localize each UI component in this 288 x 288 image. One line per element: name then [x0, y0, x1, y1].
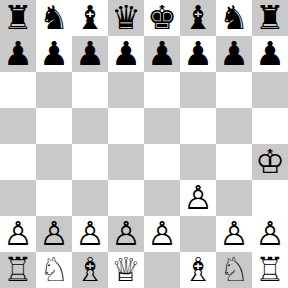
piece-black-rook: ♜: [3, 0, 33, 36]
piece-black-queen: ♛: [111, 0, 141, 36]
square-a8[interactable]: ♜: [0, 0, 36, 36]
chess-board: ♜♞♝♛♚♝♞♜♟♟♟♟♟♟♟♟♔♙♙♙♙♙♙♙♙♖♘♗♕♗♘♖: [0, 0, 288, 288]
square-d6[interactable]: [108, 72, 144, 108]
piece-black-knight: ♞: [39, 0, 69, 36]
square-d1[interactable]: ♕: [108, 252, 144, 288]
square-c5[interactable]: [72, 108, 108, 144]
piece-white-pawn: ♙: [75, 216, 105, 252]
square-f4[interactable]: [180, 144, 216, 180]
piece-white-pawn: ♙: [39, 216, 69, 252]
square-a4[interactable]: [0, 144, 36, 180]
piece-black-pawn: ♟: [255, 36, 285, 72]
square-h1[interactable]: ♖: [252, 252, 288, 288]
square-h6[interactable]: [252, 72, 288, 108]
square-b8[interactable]: ♞: [36, 0, 72, 36]
square-h2[interactable]: ♙: [252, 216, 288, 252]
square-a3[interactable]: [0, 180, 36, 216]
square-f5[interactable]: [180, 108, 216, 144]
square-g1[interactable]: ♘: [216, 252, 252, 288]
square-b2[interactable]: ♙: [36, 216, 72, 252]
piece-black-rook: ♜: [255, 0, 285, 36]
square-g8[interactable]: ♞: [216, 0, 252, 36]
square-e7[interactable]: ♟: [144, 36, 180, 72]
square-c3[interactable]: [72, 180, 108, 216]
piece-white-king: ♔: [255, 144, 285, 180]
square-c8[interactable]: ♝: [72, 0, 108, 36]
piece-white-rook: ♖: [3, 252, 33, 288]
piece-black-pawn: ♟: [111, 36, 141, 72]
piece-black-pawn: ♟: [219, 36, 249, 72]
piece-black-pawn: ♟: [147, 36, 177, 72]
piece-black-knight: ♞: [219, 0, 249, 36]
piece-white-queen: ♕: [111, 252, 141, 288]
square-e6[interactable]: [144, 72, 180, 108]
square-f3[interactable]: ♙: [180, 180, 216, 216]
square-b6[interactable]: [36, 72, 72, 108]
square-a6[interactable]: [0, 72, 36, 108]
piece-white-knight: ♘: [219, 252, 249, 288]
piece-white-pawn: ♙: [255, 216, 285, 252]
square-f1[interactable]: ♗: [180, 252, 216, 288]
square-b7[interactable]: ♟: [36, 36, 72, 72]
square-g2[interactable]: ♙: [216, 216, 252, 252]
square-b4[interactable]: [36, 144, 72, 180]
square-f2[interactable]: [180, 216, 216, 252]
square-e4[interactable]: [144, 144, 180, 180]
piece-white-pawn: ♙: [111, 216, 141, 252]
piece-white-pawn: ♙: [3, 216, 33, 252]
piece-white-pawn: ♙: [183, 180, 213, 216]
square-g7[interactable]: ♟: [216, 36, 252, 72]
piece-black-bishop: ♝: [75, 0, 105, 36]
square-b5[interactable]: [36, 108, 72, 144]
square-f8[interactable]: ♝: [180, 0, 216, 36]
square-e5[interactable]: [144, 108, 180, 144]
square-d3[interactable]: [108, 180, 144, 216]
square-c7[interactable]: ♟: [72, 36, 108, 72]
square-d7[interactable]: ♟: [108, 36, 144, 72]
square-h4[interactable]: ♔: [252, 144, 288, 180]
square-d2[interactable]: ♙: [108, 216, 144, 252]
piece-black-pawn: ♟: [39, 36, 69, 72]
square-e2[interactable]: ♙: [144, 216, 180, 252]
square-b1[interactable]: ♘: [36, 252, 72, 288]
square-c6[interactable]: [72, 72, 108, 108]
piece-white-rook: ♖: [255, 252, 285, 288]
square-d5[interactable]: [108, 108, 144, 144]
piece-black-bishop: ♝: [183, 0, 213, 36]
square-g5[interactable]: [216, 108, 252, 144]
square-c1[interactable]: ♗: [72, 252, 108, 288]
square-b3[interactable]: [36, 180, 72, 216]
square-h5[interactable]: [252, 108, 288, 144]
square-h8[interactable]: ♜: [252, 0, 288, 36]
square-d8[interactable]: ♛: [108, 0, 144, 36]
piece-black-pawn: ♟: [183, 36, 213, 72]
square-e3[interactable]: [144, 180, 180, 216]
square-d4[interactable]: [108, 144, 144, 180]
piece-white-pawn: ♙: [219, 216, 249, 252]
piece-black-king: ♚: [147, 0, 177, 36]
square-c4[interactable]: [72, 144, 108, 180]
square-g6[interactable]: [216, 72, 252, 108]
square-f7[interactable]: ♟: [180, 36, 216, 72]
square-g3[interactable]: [216, 180, 252, 216]
square-a2[interactable]: ♙: [0, 216, 36, 252]
piece-black-pawn: ♟: [75, 36, 105, 72]
square-h7[interactable]: ♟: [252, 36, 288, 72]
square-f6[interactable]: [180, 72, 216, 108]
square-e8[interactable]: ♚: [144, 0, 180, 36]
piece-white-pawn: ♙: [147, 216, 177, 252]
square-c2[interactable]: ♙: [72, 216, 108, 252]
square-e1[interactable]: [144, 252, 180, 288]
piece-white-knight: ♘: [39, 252, 69, 288]
square-a1[interactable]: ♖: [0, 252, 36, 288]
square-a5[interactable]: [0, 108, 36, 144]
piece-white-bishop: ♗: [183, 252, 213, 288]
square-g4[interactable]: [216, 144, 252, 180]
square-a7[interactable]: ♟: [0, 36, 36, 72]
piece-black-pawn: ♟: [3, 36, 33, 72]
square-h3[interactable]: [252, 180, 288, 216]
piece-white-bishop: ♗: [75, 252, 105, 288]
